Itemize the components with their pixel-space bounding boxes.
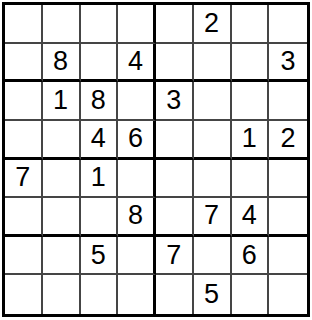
cell-r3c1[interactable] (5, 82, 43, 121)
given-digit: 4 (128, 48, 143, 75)
cell-r3c2[interactable]: 1 (43, 82, 81, 121)
cell-r2c8[interactable]: 3 (269, 44, 307, 83)
cell-r4c3[interactable]: 4 (81, 121, 119, 160)
cell-r3c8[interactable] (269, 82, 307, 121)
cell-r7c2[interactable] (43, 237, 81, 276)
cell-r3c5[interactable]: 3 (156, 82, 194, 121)
cell-r3c6[interactable] (194, 82, 232, 121)
given-digit: 1 (53, 87, 68, 114)
cell-r5c7[interactable] (232, 160, 270, 199)
given-digit: 3 (281, 48, 296, 75)
cell-r4c7[interactable]: 1 (232, 121, 270, 160)
cell-r7c8[interactable] (269, 237, 307, 276)
given-digit: 4 (91, 125, 106, 152)
given-digit: 4 (242, 202, 257, 229)
cell-r4c8[interactable]: 2 (269, 121, 307, 160)
cell-r6c6[interactable]: 7 (194, 198, 232, 237)
cell-r8c4[interactable] (118, 275, 156, 314)
given-digit: 7 (15, 164, 30, 191)
cell-r5c6[interactable] (194, 160, 232, 199)
given-digit: 6 (242, 242, 257, 269)
cell-r6c3[interactable] (81, 198, 119, 237)
given-digit: 7 (204, 202, 219, 229)
cell-r6c8[interactable] (269, 198, 307, 237)
cell-r1c6[interactable]: 2 (194, 5, 232, 44)
cell-r8c5[interactable] (156, 275, 194, 314)
cell-r4c1[interactable] (5, 121, 43, 160)
given-digit: 1 (242, 125, 257, 152)
cell-r2c5[interactable] (156, 44, 194, 83)
given-digit: 8 (53, 48, 68, 75)
cell-r8c2[interactable] (43, 275, 81, 314)
cell-r1c5[interactable] (156, 5, 194, 44)
cell-r5c2[interactable] (43, 160, 81, 199)
cell-r4c4[interactable]: 6 (118, 121, 156, 160)
cell-r1c7[interactable] (232, 5, 270, 44)
cell-r6c1[interactable] (5, 198, 43, 237)
cell-r4c2[interactable] (43, 121, 81, 160)
cell-r3c3[interactable]: 8 (81, 82, 119, 121)
cell-r7c1[interactable] (5, 237, 43, 276)
cell-r1c8[interactable] (269, 5, 307, 44)
cell-r7c7[interactable]: 6 (232, 237, 270, 276)
puzzle-page: 28431834612718745765 (0, 0, 312, 320)
cell-r2c4[interactable]: 4 (118, 44, 156, 83)
cell-r2c3[interactable] (81, 44, 119, 83)
cell-r3c4[interactable] (118, 82, 156, 121)
given-digit: 7 (166, 242, 181, 269)
sudoku-board: 28431834612718745765 (2, 2, 310, 317)
given-digit: 8 (128, 202, 143, 229)
cell-r1c4[interactable] (118, 5, 156, 44)
cell-r8c1[interactable] (5, 275, 43, 314)
cell-r6c7[interactable]: 4 (232, 198, 270, 237)
cell-r2c7[interactable] (232, 44, 270, 83)
cell-r2c1[interactable] (5, 44, 43, 83)
given-digit: 2 (281, 125, 296, 152)
cell-r6c2[interactable] (43, 198, 81, 237)
cell-r7c4[interactable] (118, 237, 156, 276)
cell-r7c6[interactable] (194, 237, 232, 276)
cell-r6c5[interactable] (156, 198, 194, 237)
cell-r8c3[interactable] (81, 275, 119, 314)
given-digit: 2 (204, 10, 219, 37)
cell-r5c1[interactable]: 7 (5, 160, 43, 199)
cell-r1c2[interactable] (43, 5, 81, 44)
cell-r7c3[interactable]: 5 (81, 237, 119, 276)
cell-r6c4[interactable]: 8 (118, 198, 156, 237)
cell-r1c1[interactable] (5, 5, 43, 44)
cell-r5c3[interactable]: 1 (81, 160, 119, 199)
given-digit: 5 (91, 242, 106, 269)
given-digit: 5 (204, 281, 219, 308)
cell-r8c6[interactable]: 5 (194, 275, 232, 314)
cell-r5c4[interactable] (118, 160, 156, 199)
cell-r1c3[interactable] (81, 5, 119, 44)
given-digit: 3 (166, 87, 181, 114)
given-digit: 8 (91, 87, 106, 114)
cell-r3c7[interactable] (232, 82, 270, 121)
given-digit: 6 (128, 125, 143, 152)
cell-r8c7[interactable] (232, 275, 270, 314)
cell-r2c6[interactable] (194, 44, 232, 83)
cell-r7c5[interactable]: 7 (156, 237, 194, 276)
cell-r5c8[interactable] (269, 160, 307, 199)
cell-r8c8[interactable] (269, 275, 307, 314)
cell-r2c2[interactable]: 8 (43, 44, 81, 83)
cell-r4c5[interactable] (156, 121, 194, 160)
cell-r4c6[interactable] (194, 121, 232, 160)
cell-r5c5[interactable] (156, 160, 194, 199)
given-digit: 1 (91, 164, 106, 191)
